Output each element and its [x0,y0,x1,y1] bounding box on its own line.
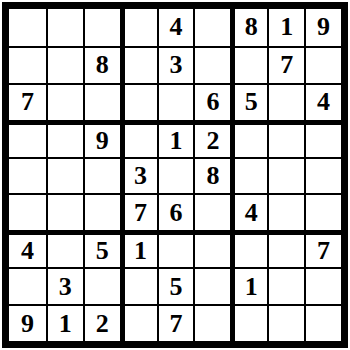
cell-r8c6-empty[interactable] [193,267,230,304]
cell-r8c3-empty[interactable] [83,267,120,304]
cell-r3c2-empty[interactable] [46,83,83,120]
cell-r8c1-empty[interactable] [9,267,46,304]
cell-r6c9-empty[interactable] [304,193,341,230]
cell-r3c4-empty[interactable] [120,83,157,120]
sudoku-board: 481983776549123876445173519127 [2,2,348,348]
cell-r2c7-empty[interactable] [230,46,267,83]
cell-r7c9-given-7[interactable]: 7 [304,230,341,267]
cell-r5c5-empty[interactable] [157,157,194,194]
cell-r4c2-empty[interactable] [46,120,83,157]
cell-r6c1-empty[interactable] [9,193,46,230]
cell-r9c7-empty[interactable] [230,304,267,341]
cell-r2c3-given-8[interactable]: 8 [83,46,120,83]
cell-r6c7-given-4[interactable]: 4 [230,193,267,230]
cell-r2c1-empty[interactable] [9,46,46,83]
cell-r5c4-given-3[interactable]: 3 [120,157,157,194]
cell-r9c5-given-7[interactable]: 7 [157,304,194,341]
cell-r9c6-empty[interactable] [193,304,230,341]
cell-r8c4-empty[interactable] [120,267,157,304]
cell-r6c6-empty[interactable] [193,193,230,230]
cell-r5c9-empty[interactable] [304,157,341,194]
cell-r6c8-empty[interactable] [267,193,304,230]
cell-r9c8-empty[interactable] [267,304,304,341]
cell-r1c7-given-8[interactable]: 8 [230,9,267,46]
cell-r4c8-empty[interactable] [267,120,304,157]
cell-r3c6-given-6[interactable]: 6 [193,83,230,120]
cell-r8c8-empty[interactable] [267,267,304,304]
cell-r7c2-empty[interactable] [46,230,83,267]
cell-r6c2-empty[interactable] [46,193,83,230]
cell-r9c2-given-1[interactable]: 1 [46,304,83,341]
cell-r7c8-empty[interactable] [267,230,304,267]
cell-r4c7-empty[interactable] [230,120,267,157]
cell-r3c5-empty[interactable] [157,83,194,120]
cell-r1c1-empty[interactable] [9,9,46,46]
sudoku-board-container: 481983776549123876445173519127 [2,2,348,348]
cell-r7c5-empty[interactable] [157,230,194,267]
cell-r9c1-given-9[interactable]: 9 [9,304,46,341]
cell-r7c3-given-5[interactable]: 5 [83,230,120,267]
cell-r9c4-empty[interactable] [120,304,157,341]
cell-r1c8-given-1[interactable]: 1 [267,9,304,46]
cell-r3c8-empty[interactable] [267,83,304,120]
cell-r3c9-given-4[interactable]: 4 [304,83,341,120]
cell-r1c3-empty[interactable] [83,9,120,46]
cell-r6c3-empty[interactable] [83,193,120,230]
cell-r7c1-given-4[interactable]: 4 [9,230,46,267]
cell-r2c6-empty[interactable] [193,46,230,83]
cell-r1c9-given-9[interactable]: 9 [304,9,341,46]
cell-r5c6-given-8[interactable]: 8 [193,157,230,194]
cell-r7c7-empty[interactable] [230,230,267,267]
cell-r9c9-empty[interactable] [304,304,341,341]
cell-r6c5-given-6[interactable]: 6 [157,193,194,230]
cell-r8c2-given-3[interactable]: 3 [46,267,83,304]
cell-r4c9-empty[interactable] [304,120,341,157]
cell-r4c4-empty[interactable] [120,120,157,157]
cell-r1c2-empty[interactable] [46,9,83,46]
cell-r4c1-empty[interactable] [9,120,46,157]
cell-r5c2-empty[interactable] [46,157,83,194]
cell-r6c4-given-7[interactable]: 7 [120,193,157,230]
cell-r2c2-empty[interactable] [46,46,83,83]
cell-r5c8-empty[interactable] [267,157,304,194]
cell-r3c7-given-5[interactable]: 5 [230,83,267,120]
cell-r2c4-empty[interactable] [120,46,157,83]
cell-r2c8-given-7[interactable]: 7 [267,46,304,83]
cell-r2c5-given-3[interactable]: 3 [157,46,194,83]
cell-r8c7-given-1[interactable]: 1 [230,267,267,304]
cell-r9c3-given-2[interactable]: 2 [83,304,120,341]
cell-r7c4-given-1[interactable]: 1 [120,230,157,267]
cell-r3c3-empty[interactable] [83,83,120,120]
cell-r3c1-given-7[interactable]: 7 [9,83,46,120]
cell-r7c6-empty[interactable] [193,230,230,267]
cell-r1c6-empty[interactable] [193,9,230,46]
cell-r2c9-empty[interactable] [304,46,341,83]
cell-r4c6-given-2[interactable]: 2 [193,120,230,157]
cell-r5c1-empty[interactable] [9,157,46,194]
cell-r8c9-empty[interactable] [304,267,341,304]
cell-r5c7-empty[interactable] [230,157,267,194]
cell-r8c5-given-5[interactable]: 5 [157,267,194,304]
cell-r4c5-given-1[interactable]: 1 [157,120,194,157]
cell-r1c5-given-4[interactable]: 4 [157,9,194,46]
cell-r4c3-given-9[interactable]: 9 [83,120,120,157]
cell-r5c3-empty[interactable] [83,157,120,194]
cell-r1c4-empty[interactable] [120,9,157,46]
